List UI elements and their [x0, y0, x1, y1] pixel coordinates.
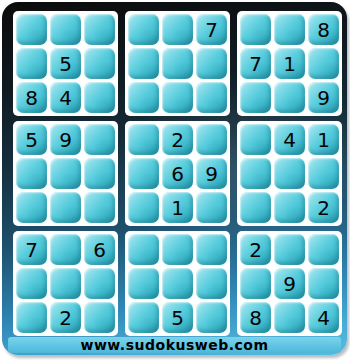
sudoku-cell-empty[interactable]	[196, 234, 227, 265]
sudoku-cell-empty[interactable]	[50, 234, 81, 265]
sudoku-cell-empty[interactable]	[274, 302, 305, 333]
sudoku-cell-empty[interactable]	[240, 192, 271, 223]
sudoku-cell-empty[interactable]	[128, 124, 159, 155]
sudoku-cell-given[interactable]: 6	[84, 234, 115, 265]
sudoku-cell-empty[interactable]	[50, 268, 81, 299]
sudoku-box-4: 59	[13, 121, 118, 226]
sudoku-cell-empty[interactable]	[240, 158, 271, 189]
sudoku-cell-given[interactable]: 5	[16, 124, 47, 155]
sudoku-cell-given[interactable]: 2	[50, 302, 81, 333]
sudoku-cell-empty[interactable]	[274, 14, 305, 45]
sudoku-cell-given[interactable]: 1	[308, 124, 339, 155]
sudoku-cell-empty[interactable]	[16, 268, 47, 299]
sudoku-cell-given[interactable]: 9	[308, 82, 339, 113]
sudoku-cell-empty[interactable]	[162, 234, 193, 265]
sudoku-cell-empty[interactable]	[84, 302, 115, 333]
sudoku-cell-given[interactable]: 9	[50, 124, 81, 155]
sudoku-cell-empty[interactable]	[128, 302, 159, 333]
sudoku-cell-given[interactable]: 7	[240, 48, 271, 79]
sudoku-cell-empty[interactable]	[84, 124, 115, 155]
sudoku-cell-empty[interactable]	[50, 158, 81, 189]
sudoku-box-7: 762	[13, 231, 118, 336]
sudoku-cell-empty[interactable]	[128, 268, 159, 299]
sudoku-cell-empty[interactable]	[128, 192, 159, 223]
sudoku-cell-given[interactable]: 1	[274, 48, 305, 79]
sudoku-cell-empty[interactable]	[16, 192, 47, 223]
sudoku-box-1: 584	[13, 11, 118, 116]
sudoku-cell-given[interactable]: 2	[308, 192, 339, 223]
site-link[interactable]: www.sudokusweb.com	[80, 337, 268, 353]
sudoku-cell-empty[interactable]	[308, 48, 339, 79]
sudoku-cell-empty[interactable]	[84, 82, 115, 113]
sudoku-cell-empty[interactable]	[196, 302, 227, 333]
sudoku-board-frame: 584 7 8719 59 2691 412 762 5 2984 www.su…	[2, 2, 347, 355]
sudoku-cell-empty[interactable]	[162, 82, 193, 113]
sudoku-cell-empty[interactable]	[84, 48, 115, 79]
sudoku-cell-empty[interactable]	[50, 14, 81, 45]
sudoku-box-6: 412	[237, 121, 342, 226]
sudoku-cell-given[interactable]: 8	[240, 302, 271, 333]
sudoku-cell-empty[interactable]	[196, 192, 227, 223]
sudoku-cell-empty[interactable]	[128, 14, 159, 45]
sudoku-cell-given[interactable]: 9	[196, 158, 227, 189]
sudoku-cell-empty[interactable]	[274, 82, 305, 113]
sudoku-cell-given[interactable]: 5	[50, 48, 81, 79]
sudoku-cell-empty[interactable]	[274, 234, 305, 265]
sudoku-cell-empty[interactable]	[308, 268, 339, 299]
sudoku-cell-empty[interactable]	[162, 48, 193, 79]
sudoku-cell-empty[interactable]	[84, 14, 115, 45]
sudoku-cell-empty[interactable]	[16, 158, 47, 189]
sudoku-cell-given[interactable]: 6	[162, 158, 193, 189]
sudoku-cell-empty[interactable]	[308, 234, 339, 265]
sudoku-cell-empty[interactable]	[84, 158, 115, 189]
sudoku-cell-given[interactable]: 5	[162, 302, 193, 333]
sudoku-cell-empty[interactable]	[240, 268, 271, 299]
sudoku-cell-given[interactable]: 9	[274, 268, 305, 299]
sudoku-box-3: 8719	[237, 11, 342, 116]
sudoku-cell-empty[interactable]	[84, 192, 115, 223]
sudoku-cell-given[interactable]: 7	[16, 234, 47, 265]
sudoku-box-9: 2984	[237, 231, 342, 336]
sudoku-cell-given[interactable]: 1	[162, 192, 193, 223]
sudoku-cell-empty[interactable]	[308, 158, 339, 189]
sudoku-cell-empty[interactable]	[162, 268, 193, 299]
sudoku-cell-given[interactable]: 2	[240, 234, 271, 265]
sudoku-cell-empty[interactable]	[240, 82, 271, 113]
sudoku-cell-empty[interactable]	[16, 48, 47, 79]
sudoku-board: 584 7 8719 59 2691 412 762 5 2984	[13, 11, 342, 336]
sudoku-cell-given[interactable]: 8	[16, 82, 47, 113]
sudoku-cell-empty[interactable]	[240, 14, 271, 45]
sudoku-cell-empty[interactable]	[196, 124, 227, 155]
page: 584 7 8719 59 2691 412 762 5 2984 www.su…	[0, 0, 350, 360]
sudoku-box-5: 2691	[125, 121, 230, 226]
sudoku-cell-given[interactable]: 4	[50, 82, 81, 113]
sudoku-cell-empty[interactable]	[128, 48, 159, 79]
sudoku-cell-empty[interactable]	[196, 268, 227, 299]
sudoku-cell-given[interactable]: 4	[274, 124, 305, 155]
sudoku-box-2: 7	[125, 11, 230, 116]
sudoku-cell-given[interactable]: 2	[162, 124, 193, 155]
sudoku-cell-empty[interactable]	[162, 14, 193, 45]
sudoku-cell-empty[interactable]	[16, 14, 47, 45]
sudoku-cell-empty[interactable]	[128, 82, 159, 113]
sudoku-cell-empty[interactable]	[274, 158, 305, 189]
sudoku-cell-given[interactable]: 4	[308, 302, 339, 333]
sudoku-cell-empty[interactable]	[274, 192, 305, 223]
sudoku-cell-empty[interactable]	[196, 48, 227, 79]
sudoku-cell-given[interactable]: 8	[308, 14, 339, 45]
sudoku-cell-empty[interactable]	[50, 192, 81, 223]
sudoku-cell-empty[interactable]	[84, 268, 115, 299]
footer-band: www.sudokusweb.com	[8, 337, 341, 353]
sudoku-cell-given[interactable]: 7	[196, 14, 227, 45]
sudoku-box-8: 5	[125, 231, 230, 336]
sudoku-cell-empty[interactable]	[128, 158, 159, 189]
sudoku-cell-empty[interactable]	[196, 82, 227, 113]
sudoku-cell-empty[interactable]	[240, 124, 271, 155]
sudoku-cell-empty[interactable]	[16, 302, 47, 333]
sudoku-cell-empty[interactable]	[128, 234, 159, 265]
